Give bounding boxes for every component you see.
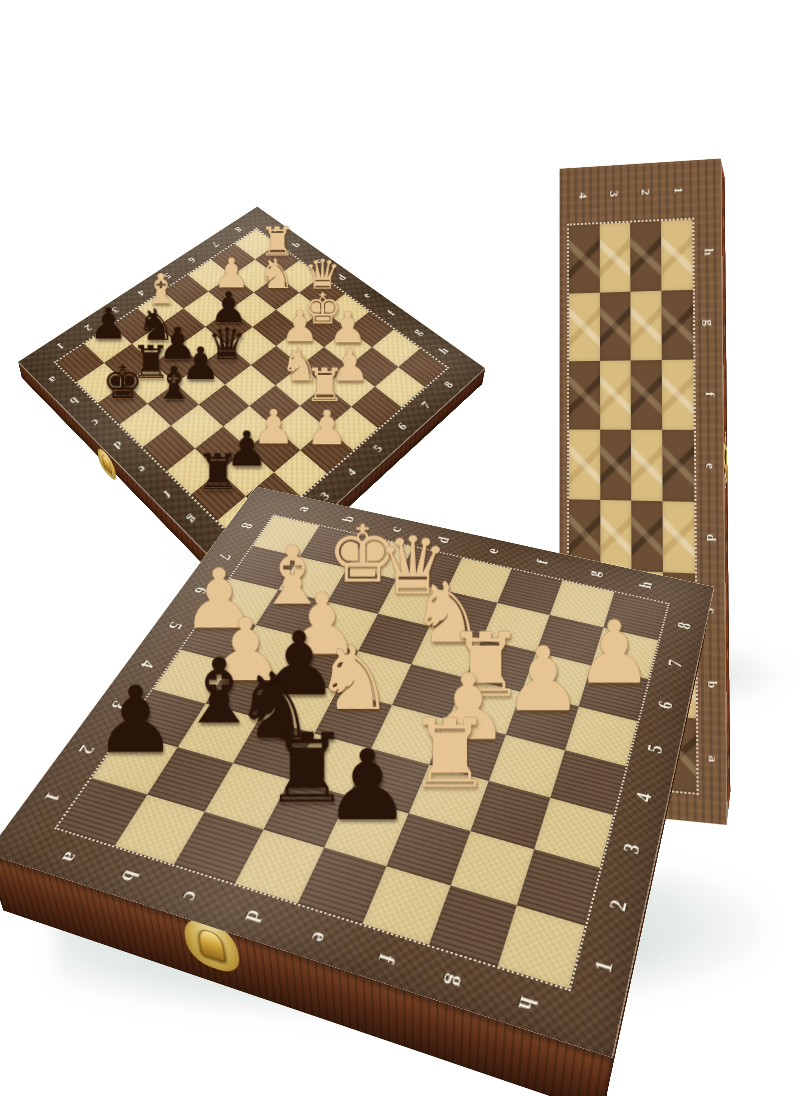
box-square-g2 <box>630 290 662 360</box>
rank-label-5: 5 <box>643 743 668 756</box>
square-a6 <box>187 259 232 292</box>
file-label-b: b <box>115 868 143 885</box>
box-rank-label: 1 <box>670 186 686 193</box>
rank-label-5: 5 <box>160 271 173 281</box>
square-h8 <box>603 592 667 640</box>
file-label-d: d <box>433 535 454 545</box>
rank-label-8: 8 <box>674 620 696 631</box>
white-pawn[interactable]: ♟ <box>575 609 653 696</box>
box-top-face <box>560 159 725 188</box>
rank-label-3: 3 <box>619 841 646 857</box>
rank-label-6: 6 <box>185 255 198 265</box>
brass-clasp-icon <box>188 921 235 970</box>
file-label-c: c <box>312 257 325 266</box>
square-a8 <box>234 229 277 260</box>
file-label-g: g <box>441 971 471 990</box>
rank-label-3: 3 <box>109 304 122 315</box>
product-photo-canvas: { "game": "chess", "scene": "wooden fold… <box>0 0 800 1096</box>
black-pawn[interactable]: ♟ <box>210 286 248 328</box>
white-bishop[interactable]: ♝ <box>256 536 329 617</box>
square-d8 <box>396 547 462 591</box>
rank-label-7: 7 <box>209 240 222 249</box>
rank-label-1: 1 <box>39 790 65 804</box>
file-label-g: g <box>410 326 425 337</box>
square-g8 <box>550 580 615 627</box>
file-label-f: f <box>373 951 401 966</box>
box-square-g1 <box>661 289 693 360</box>
rank-label-5: 5 <box>164 620 187 631</box>
file-label-c: c <box>177 888 205 904</box>
box-file-label: h <box>700 248 716 256</box>
white-queen[interactable]: ♛ <box>377 525 449 605</box>
square-a5 <box>163 275 208 309</box>
file-label-g: g <box>583 569 604 579</box>
black-pawn[interactable]: ♟ <box>94 674 177 766</box>
file-label-e: e <box>359 290 373 300</box>
square-a6 <box>206 578 278 625</box>
file-label-a: a <box>268 225 281 234</box>
white-bishop[interactable]: ♝ <box>142 268 179 310</box>
file-label-f: f <box>533 558 553 566</box>
white-rook[interactable]: ♜ <box>259 222 295 262</box>
square-d8: ♛ <box>299 277 345 311</box>
square-b6: ♟ <box>208 276 254 310</box>
box-rank-label: 4 <box>575 192 590 199</box>
white-rook[interactable]: ♜ <box>407 706 492 801</box>
white-pawn[interactable]: ♟ <box>503 635 583 724</box>
square-a7 <box>211 244 255 276</box>
square-e8 <box>446 558 511 603</box>
box-square-h2 <box>630 221 661 291</box>
white-knight[interactable]: ♞ <box>258 253 295 294</box>
square-a7 <box>230 546 299 590</box>
square-b5 <box>184 292 230 327</box>
file-label-c: c <box>386 525 406 533</box>
square-b8: ♜ <box>255 244 299 276</box>
rank-label-1: 1 <box>54 340 67 351</box>
rank-label-6: 6 <box>189 585 211 595</box>
rank-label-4: 4 <box>631 790 657 804</box>
rank-label-4: 4 <box>135 287 148 297</box>
square-c7: ♚ <box>328 568 397 614</box>
white-king[interactable]: ♚ <box>327 514 398 593</box>
white-pawn[interactable]: ♟ <box>213 253 250 294</box>
white-knight[interactable]: ♞ <box>314 634 394 723</box>
box-file-label: g <box>701 319 717 326</box>
file-label-e: e <box>482 547 502 556</box>
rank-label-6: 6 <box>654 699 678 711</box>
square-a8 <box>253 516 320 557</box>
box-square-g4 <box>569 292 599 361</box>
square-c8 <box>347 536 413 579</box>
box-square-h1 <box>661 220 693 291</box>
white-king[interactable]: ♚ <box>304 288 342 331</box>
file-label-b: b <box>290 241 304 251</box>
square-d7: ♛ <box>378 579 446 626</box>
box-square-h3 <box>599 223 630 292</box>
file-label-a: a <box>56 849 84 865</box>
square-c8 <box>277 260 322 293</box>
square-h1 <box>498 905 585 988</box>
white-pawn[interactable]: ♟ <box>182 558 256 641</box>
rank-label-2: 2 <box>605 897 633 914</box>
black-pawn[interactable]: ♟ <box>89 303 128 346</box>
file-label-d: d <box>240 907 269 925</box>
square-a4: ♝ <box>137 291 183 326</box>
rank-label-1: 1 <box>590 958 619 976</box>
square-d5 <box>228 327 276 365</box>
box-square-h4 <box>569 224 599 293</box>
rank-label-7: 7 <box>664 658 687 669</box>
black-pawn[interactable]: ♟ <box>323 737 411 835</box>
file-label-h: h <box>436 345 452 357</box>
box-square-g3 <box>599 291 630 360</box>
box-rank-label: 2 <box>638 188 653 195</box>
rank-label-8: 8 <box>232 225 245 234</box>
file-label-b: b <box>339 515 359 524</box>
square-c6 <box>230 292 276 327</box>
square-c7: ♞ <box>254 276 300 310</box>
square-b8 <box>300 526 366 568</box>
file-label-h: h <box>513 993 543 1014</box>
square-b7 <box>278 557 347 602</box>
square-d7 <box>276 293 322 328</box>
square-g8 <box>372 329 420 367</box>
file-label-d: d <box>335 273 349 283</box>
file-label-f: f <box>385 308 398 318</box>
rank-label-8: 8 <box>236 521 256 530</box>
file-label-h: h <box>636 580 657 590</box>
square-h7 <box>591 628 658 680</box>
rank-label-7: 7 <box>214 552 235 561</box>
white-queen[interactable]: ♛ <box>304 254 341 295</box>
square-b7 <box>232 260 277 293</box>
box-rank-label: 3 <box>606 190 621 197</box>
bottom-board-view: ♚♛♝♞♟♟♟♜♟♟♟♞♟♝♞♜♟♜♟ aa11bb22cc33dd44ee55… <box>0 370 800 1096</box>
square-f8 <box>497 569 562 615</box>
rank-label-2: 2 <box>82 322 95 333</box>
square-e8 <box>323 294 369 329</box>
box-right-wall <box>602 587 713 1096</box>
file-label-a: a <box>293 505 313 513</box>
file-label-e: e <box>305 929 333 946</box>
chess-board-bottom: ♚♛♝♞♟♟♟♜♟♟♟♞♟♝♞♜♟♜♟ aa11bb22cc33dd44ee55… <box>0 487 714 1058</box>
